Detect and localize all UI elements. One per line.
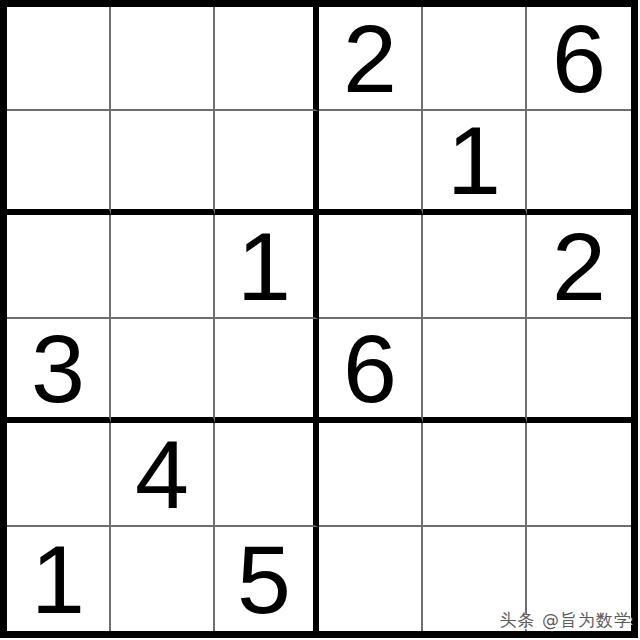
- cell-r2c6[interactable]: [527, 111, 631, 215]
- cell-r4c3[interactable]: [215, 319, 319, 423]
- cell-r1c2[interactable]: [111, 7, 215, 111]
- sudoku-page: 2611236415 头条 @旨为数学: [0, 0, 640, 640]
- cell-r3c5[interactable]: [423, 215, 527, 319]
- cell-r3c3[interactable]: 1: [215, 215, 319, 319]
- cell-r1c3[interactable]: [215, 7, 319, 111]
- cell-r6c2[interactable]: [111, 527, 215, 631]
- cell-r4c1[interactable]: 3: [7, 319, 111, 423]
- cell-r2c2[interactable]: [111, 111, 215, 215]
- cell-r2c4[interactable]: [319, 111, 423, 215]
- sudoku-board: 2611236415: [0, 0, 638, 638]
- cell-r3c6[interactable]: 2: [527, 215, 631, 319]
- cell-r4c4[interactable]: 6: [319, 319, 423, 423]
- cell-r4c5[interactable]: [423, 319, 527, 423]
- cell-r4c2[interactable]: [111, 319, 215, 423]
- cell-r5c1[interactable]: [7, 423, 111, 527]
- cell-r1c6[interactable]: 6: [527, 7, 631, 111]
- cell-r4c6[interactable]: [527, 319, 631, 423]
- cell-r2c3[interactable]: [215, 111, 319, 215]
- cell-r3c1[interactable]: [7, 215, 111, 319]
- cell-r5c6[interactable]: [527, 423, 631, 527]
- cell-r5c2[interactable]: 4: [111, 423, 215, 527]
- cell-r3c2[interactable]: [111, 215, 215, 319]
- cell-r6c3[interactable]: 5: [215, 527, 319, 631]
- cell-r5c5[interactable]: [423, 423, 527, 527]
- cell-r1c5[interactable]: [423, 7, 527, 111]
- cell-r6c1[interactable]: 1: [7, 527, 111, 631]
- cell-r3c4[interactable]: [319, 215, 423, 319]
- watermark-text: 头条 @旨为数学: [500, 609, 632, 632]
- cell-r1c1[interactable]: [7, 7, 111, 111]
- cell-r5c4[interactable]: [319, 423, 423, 527]
- cell-r6c4[interactable]: [319, 527, 423, 631]
- cell-r2c5[interactable]: 1: [423, 111, 527, 215]
- cell-r5c3[interactable]: [215, 423, 319, 527]
- cell-r2c1[interactable]: [7, 111, 111, 215]
- cell-r1c4[interactable]: 2: [319, 7, 423, 111]
